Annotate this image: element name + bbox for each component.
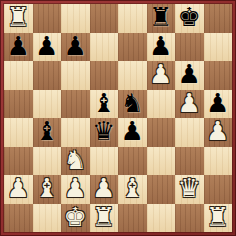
square-a2[interactable]: ♟: [4, 175, 33, 204]
piece-white-pawn-h4[interactable]: ♟: [206, 118, 229, 145]
square-f1[interactable]: [147, 204, 176, 233]
piece-white-rook-a8[interactable]: ♜: [7, 4, 30, 31]
square-g4[interactable]: [175, 118, 204, 147]
piece-white-rook-h1[interactable]: ♜: [206, 204, 229, 231]
square-e4[interactable]: ♟: [118, 118, 147, 147]
piece-white-knight-c3[interactable]: ♞: [64, 147, 87, 174]
square-c3[interactable]: ♞: [61, 147, 90, 176]
square-g2[interactable]: ♛: [175, 175, 204, 204]
square-f6[interactable]: ♟: [147, 61, 176, 90]
square-e8[interactable]: [118, 4, 147, 33]
square-b3[interactable]: [33, 147, 62, 176]
square-a1[interactable]: [4, 204, 33, 233]
square-a7[interactable]: ♟: [4, 33, 33, 62]
square-h1[interactable]: ♜: [204, 204, 233, 233]
piece-black-pawn-c7[interactable]: ♟: [64, 33, 87, 60]
piece-black-pawn-b7[interactable]: ♟: [35, 33, 58, 60]
square-f5[interactable]: [147, 90, 176, 119]
square-g8[interactable]: ♚: [175, 4, 204, 33]
square-a3[interactable]: [4, 147, 33, 176]
chess-board: ♜♜♚♟♟♟♟♟♟♝♞♟♟♝♛♟♟♞♟♝♟♟♝♛♚♜♜: [4, 4, 232, 232]
piece-black-pawn-f7[interactable]: ♟: [149, 33, 172, 60]
square-d3[interactable]: [90, 147, 119, 176]
square-d4[interactable]: ♛: [90, 118, 119, 147]
piece-black-king-g8[interactable]: ♚: [178, 4, 201, 31]
piece-black-bishop-b4[interactable]: ♝: [35, 118, 58, 145]
chess-board-frame: ♜♜♚♟♟♟♟♟♟♝♞♟♟♝♛♟♟♞♟♝♟♟♝♛♚♜♜: [0, 0, 236, 236]
square-d5[interactable]: ♝: [90, 90, 119, 119]
piece-white-pawn-g5[interactable]: ♟: [178, 90, 201, 117]
piece-black-bishop-d5[interactable]: ♝: [92, 90, 115, 117]
piece-white-queen-g2[interactable]: ♛: [178, 175, 201, 202]
square-b1[interactable]: [33, 204, 62, 233]
square-c4[interactable]: [61, 118, 90, 147]
square-a8[interactable]: ♜: [4, 4, 33, 33]
square-b2[interactable]: ♝: [33, 175, 62, 204]
square-f2[interactable]: [147, 175, 176, 204]
piece-white-pawn-c2[interactable]: ♟: [64, 175, 87, 202]
piece-white-pawn-d2[interactable]: ♟: [92, 175, 115, 202]
piece-black-pawn-g6[interactable]: ♟: [178, 61, 201, 88]
square-e1[interactable]: [118, 204, 147, 233]
piece-black-pawn-h5[interactable]: ♟: [206, 90, 229, 117]
square-g6[interactable]: ♟: [175, 61, 204, 90]
piece-black-pawn-a7[interactable]: ♟: [7, 33, 30, 60]
square-d7[interactable]: [90, 33, 119, 62]
square-e5[interactable]: ♞: [118, 90, 147, 119]
square-d1[interactable]: ♜: [90, 204, 119, 233]
piece-white-rook-d1[interactable]: ♜: [92, 204, 115, 231]
square-h4[interactable]: ♟: [204, 118, 233, 147]
square-g7[interactable]: [175, 33, 204, 62]
piece-black-pawn-e4[interactable]: ♟: [121, 118, 144, 145]
piece-white-bishop-e2[interactable]: ♝: [121, 175, 144, 202]
piece-black-rook-f8[interactable]: ♜: [149, 4, 172, 31]
square-e7[interactable]: [118, 33, 147, 62]
piece-white-pawn-f6[interactable]: ♟: [149, 61, 172, 88]
square-f8[interactable]: ♜: [147, 4, 176, 33]
square-h8[interactable]: [204, 4, 233, 33]
piece-black-knight-e5[interactable]: ♞: [121, 90, 144, 117]
square-b4[interactable]: ♝: [33, 118, 62, 147]
square-h5[interactable]: ♟: [204, 90, 233, 119]
square-g1[interactable]: [175, 204, 204, 233]
square-h7[interactable]: [204, 33, 233, 62]
square-d2[interactable]: ♟: [90, 175, 119, 204]
piece-white-bishop-b2[interactable]: ♝: [35, 175, 58, 202]
square-b7[interactable]: ♟: [33, 33, 62, 62]
square-c2[interactable]: ♟: [61, 175, 90, 204]
square-c8[interactable]: [61, 4, 90, 33]
square-c6[interactable]: [61, 61, 90, 90]
square-h6[interactable]: [204, 61, 233, 90]
square-b6[interactable]: [33, 61, 62, 90]
square-e6[interactable]: [118, 61, 147, 90]
square-d6[interactable]: [90, 61, 119, 90]
square-b5[interactable]: [33, 90, 62, 119]
square-h3[interactable]: [204, 147, 233, 176]
square-a4[interactable]: [4, 118, 33, 147]
square-d8[interactable]: [90, 4, 119, 33]
square-g3[interactable]: [175, 147, 204, 176]
square-b8[interactable]: [33, 4, 62, 33]
square-c1[interactable]: ♚: [61, 204, 90, 233]
square-h2[interactable]: [204, 175, 233, 204]
square-g5[interactable]: ♟: [175, 90, 204, 119]
square-a5[interactable]: [4, 90, 33, 119]
square-c5[interactable]: [61, 90, 90, 119]
square-e2[interactable]: ♝: [118, 175, 147, 204]
square-a6[interactable]: [4, 61, 33, 90]
piece-black-queen-d4[interactable]: ♛: [92, 118, 115, 145]
piece-white-pawn-a2[interactable]: ♟: [7, 175, 30, 202]
square-f4[interactable]: [147, 118, 176, 147]
square-f3[interactable]: [147, 147, 176, 176]
piece-white-king-c1[interactable]: ♚: [64, 204, 87, 231]
square-f7[interactable]: ♟: [147, 33, 176, 62]
square-c7[interactable]: ♟: [61, 33, 90, 62]
square-e3[interactable]: [118, 147, 147, 176]
